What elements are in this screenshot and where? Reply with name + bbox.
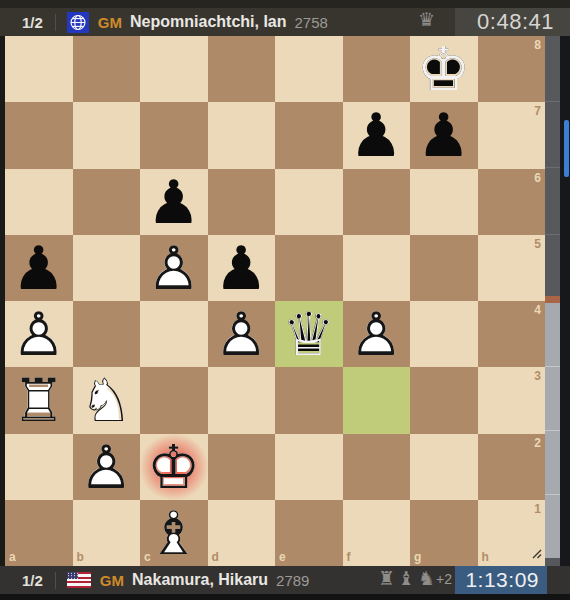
square-b3[interactable]: ♞♘ [73,367,141,433]
square-a5[interactable]: ♟ [5,235,73,301]
captured-bishop-icon: ♝ [398,569,415,588]
bottom-player-name[interactable]: Nakamura, Hikaru [132,571,268,589]
square-d6[interactable] [208,169,276,235]
coord-file-a: a [9,550,16,564]
square-e3[interactable] [275,367,343,433]
square-g7[interactable]: ♟ [410,102,478,168]
square-a1[interactable]: a [5,500,73,566]
white-pawn-c5[interactable]: ♟♙ [140,235,208,301]
black-pawn-c6[interactable]: ♟ [140,169,208,235]
square-g8[interactable]: ♚♔ [410,36,478,102]
square-b1[interactable]: b [73,500,141,566]
square-g3[interactable] [410,367,478,433]
white-pawn-a4[interactable]: ♟♙ [5,301,73,367]
black-pawn-f7[interactable]: ♟ [343,102,411,168]
broadcast-board-view: 1/2 GM Nepomniachtchi, Ian 2758 ♛ 0: [0,0,570,600]
black-king-g8[interactable]: ♚♔ [410,36,478,102]
bottom-clock-time: 1:13:09 [465,568,539,592]
usa-flag-icon [67,572,91,588]
square-a8[interactable] [5,36,73,102]
square-c7[interactable] [140,102,208,168]
square-b7[interactable] [73,102,141,168]
coord-rank-8: 8 [534,38,541,52]
captured-queen-icon: ♛ [418,10,435,29]
black-pawn-a5[interactable]: ♟ [5,235,73,301]
scroll-indicator-bar[interactable] [564,120,569,177]
square-a6[interactable] [5,169,73,235]
coord-file-d: d [212,550,219,564]
square-d5[interactable]: ♟ [208,235,276,301]
square-d3[interactable] [208,367,276,433]
coord-rank-6: 6 [534,171,541,185]
square-h8[interactable]: 8 [478,36,546,102]
square-c4[interactable] [140,301,208,367]
square-d2[interactable] [208,434,276,500]
square-f1[interactable]: f [343,500,411,566]
coord-file-f: f [347,550,351,564]
scrollbar-foot [545,558,560,566]
square-b8[interactable] [73,36,141,102]
top-player-clock: 0:48:41 [455,8,570,36]
square-d1[interactable]: d [208,500,276,566]
square-a7[interactable] [5,102,73,168]
coord-rank-7: 7 [534,104,541,118]
square-a4[interactable]: ♟♙ [5,301,73,367]
square-f7[interactable]: ♟ [343,102,411,168]
square-e8[interactable] [275,36,343,102]
square-h4[interactable]: 4 [478,301,546,367]
square-c5[interactable]: ♟♙ [140,235,208,301]
coord-file-e: e [279,550,286,564]
white-knight-b3[interactable]: ♞♘ [73,367,141,433]
square-h5[interactable]: 5 [478,235,546,301]
material-advantage: +2 [436,571,452,587]
white-pawn-d4[interactable]: ♟♙ [208,301,276,367]
scrollbar-track[interactable] [545,36,560,566]
separator [55,572,56,589]
square-b6[interactable] [73,169,141,235]
square-h3[interactable]: 3 [478,367,546,433]
coord-file-b: b [77,550,84,564]
white-rook-a3[interactable]: ♜♖ [5,367,73,433]
square-e6[interactable] [275,169,343,235]
top-player-rating: 2758 [295,14,328,31]
chess-board: ♚♔8♟♟7♟6♟♟♙♟5♟♙♟♙♛♕♟♙4♜♖♞♘3♟♙♚♔2ab♝♗cdef… [5,36,545,566]
bottom-player-clock: 1:13:09 [455,566,547,594]
top-player-score: 1/2 [22,14,43,31]
square-d8[interactable] [208,36,276,102]
top-captured-pieces: ♛ [415,10,435,29]
square-h6[interactable]: 6 [478,169,546,235]
square-d7[interactable] [208,102,276,168]
square-e7[interactable] [275,102,343,168]
board-area: ♚♔8♟♟7♟6♟♟♙♟5♟♙♟♙♛♕♟♙4♜♖♞♘3♟♙♚♔2ab♝♗cdef… [0,36,570,566]
square-g1[interactable]: g [410,500,478,566]
coord-rank-4: 4 [534,303,541,317]
coord-rank-5: 5 [534,237,541,251]
square-e2[interactable] [275,434,343,500]
bottom-player-title: GM [100,572,124,589]
square-c8[interactable] [140,36,208,102]
square-d4[interactable]: ♟♙ [208,301,276,367]
coord-rank-1: 1 [534,502,541,516]
board-resize-handle[interactable] [531,546,543,564]
square-e5[interactable] [275,235,343,301]
bottom-player-rating: 2789 [276,572,309,589]
captured-rook-icon: ♜ [378,569,395,588]
square-g5[interactable] [410,235,478,301]
square-h7[interactable]: 7 [478,102,546,168]
bottom-captured-pieces: ♜♝♞ +2 [375,569,452,588]
white-pawn-f4[interactable]: ♟♙ [343,301,411,367]
window-edge [560,36,570,566]
square-c2[interactable]: ♚♔ [140,434,208,500]
scrollbar-upper-segment [545,36,560,296]
square-f4[interactable]: ♟♙ [343,301,411,367]
square-f2[interactable] [343,434,411,500]
bottom-player-score: 1/2 [22,572,43,589]
square-a2[interactable] [5,434,73,500]
square-e4[interactable]: ♛♕ [275,301,343,367]
square-g6[interactable] [410,169,478,235]
bottom-player-bar: 1/2 GM Nakamura, Hikaru 2789 ♜♝♞ +2 1:13… [0,566,570,594]
square-b4[interactable] [73,301,141,367]
coord-rank-2: 2 [534,436,541,450]
square-f3[interactable] [343,367,411,433]
square-g2[interactable] [410,434,478,500]
black-queen-e4[interactable]: ♛♕ [275,301,343,367]
square-b5[interactable] [73,235,141,301]
square-c1[interactable]: ♝♗c [140,500,208,566]
square-f6[interactable] [343,169,411,235]
scrollbar-orange-marker [545,296,560,303]
top-player-title: GM [98,14,122,31]
coord-file-g: g [414,550,421,564]
white-bishop-c1[interactable]: ♝♗ [140,500,208,566]
square-b2[interactable]: ♟♙ [73,434,141,500]
square-f8[interactable] [343,36,411,102]
white-pawn-b2[interactable]: ♟♙ [73,434,141,500]
top-player-name[interactable]: Nepomniachtchi, Ian [130,13,286,31]
top-player-bar: 1/2 GM Nepomniachtchi, Ian 2758 ♛ 0: [0,0,570,36]
square-c3[interactable] [140,367,208,433]
square-e1[interactable]: e [275,500,343,566]
square-f5[interactable] [343,235,411,301]
coord-rank-3: 3 [534,369,541,383]
square-h2[interactable]: 2 [478,434,546,500]
fide-flag-icon [67,12,89,33]
black-pawn-d5[interactable]: ♟ [208,235,276,301]
separator [55,14,56,31]
square-a3[interactable]: ♜♖ [5,367,73,433]
black-pawn-g7[interactable]: ♟ [410,102,478,168]
coord-file-h: h [482,550,489,564]
square-h1[interactable]: h1 [478,500,546,566]
white-king-c2[interactable]: ♚♔ [140,434,208,500]
square-g4[interactable] [410,301,478,367]
top-clock-time: 0:48:41 [477,9,554,35]
scrollbar-thumb[interactable] [545,303,560,558]
captured-knight-icon: ♞ [418,569,435,588]
square-c6[interactable]: ♟ [140,169,208,235]
window-bottom-edge [0,594,570,600]
